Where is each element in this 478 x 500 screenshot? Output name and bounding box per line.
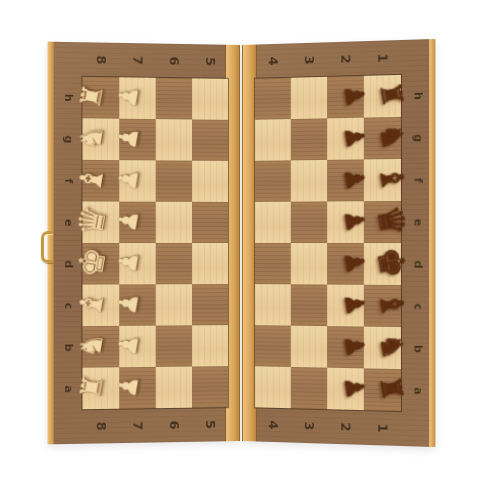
square-e4[interactable]	[255, 202, 291, 243]
black-bishop[interactable]: ♝	[374, 288, 409, 320]
coordinate-labels-left: 88776655hgfedcba	[48, 42, 240, 45]
brass-clasp-icon	[41, 231, 53, 263]
square-f6[interactable]	[156, 160, 192, 201]
white-rook[interactable]: ♜	[76, 372, 107, 401]
coordinate-labels-right: 44332211hgfedcba	[242, 39, 435, 45]
rank-label-top-5: 5	[203, 57, 218, 66]
square-d4[interactable]	[255, 243, 291, 284]
black-pawn[interactable]: ♟	[340, 332, 369, 359]
square-h4[interactable]	[255, 78, 291, 120]
black-pawn[interactable]: ♟	[340, 248, 369, 275]
square-d3[interactable]	[291, 243, 327, 285]
square-b3[interactable]	[291, 326, 327, 368]
white-knight[interactable]: ♞	[75, 329, 109, 360]
white-pawn[interactable]: ♟	[114, 331, 143, 357]
square-e5[interactable]	[192, 202, 228, 243]
board-outer-edge-right	[429, 39, 435, 447]
black-king[interactable]: ♚	[372, 244, 412, 281]
square-f4[interactable]	[255, 160, 291, 202]
square-f5[interactable]	[192, 161, 228, 202]
white-bishop[interactable]: ♝	[74, 287, 109, 319]
file-label-right-a: a	[411, 387, 425, 395]
rank-label-bottom-7: 7	[130, 421, 145, 430]
square-c3[interactable]	[291, 284, 327, 326]
file-label-right-h: h	[411, 91, 425, 99]
square-d6[interactable]	[156, 243, 192, 284]
chess-board: 88776655hgfedcba ♜♟♞♟♝♟♛♟♚♟♝♟♞♟♜♟ 443322…	[50, 45, 432, 441]
square-g4[interactable]	[255, 119, 291, 161]
rank-label-bottom-4: 4	[265, 420, 280, 430]
square-c6[interactable]	[156, 284, 192, 325]
rank-label-bottom-5: 5	[203, 420, 218, 429]
file-label-left-a: a	[61, 385, 74, 393]
square-a6[interactable]	[156, 367, 192, 409]
board-half-right: 44332211hgfedcba ♟♜♟♞♟♝♟♛♟♚♟♝♟♞♟♜	[242, 39, 435, 447]
white-king[interactable]: ♚	[72, 244, 112, 280]
square-h6[interactable]	[156, 78, 192, 120]
square-g6[interactable]	[156, 119, 192, 161]
white-bishop[interactable]: ♝	[74, 163, 109, 195]
white-pawn[interactable]: ♟	[114, 124, 143, 151]
square-e3[interactable]	[291, 201, 327, 243]
pieces-layer-left: ♜♟♞♟♝♟♛♟♚♟♝♟♞♟♜♟	[48, 42, 240, 45]
square-h3[interactable]	[291, 77, 327, 119]
file-label-right-c: c	[411, 303, 425, 310]
board-half-left: 88776655hgfedcba ♜♟♞♟♝♟♛♟♚♟♝♟♞♟♜♟	[48, 42, 240, 445]
square-b5[interactable]	[192, 325, 228, 366]
square-a5[interactable]	[192, 366, 228, 408]
white-pawn[interactable]: ♟	[114, 290, 143, 317]
black-pawn[interactable]: ♟	[340, 81, 369, 108]
black-pawn[interactable]: ♟	[340, 290, 369, 317]
file-label-right-f: f	[411, 177, 425, 182]
rank-label-top-7: 7	[130, 56, 145, 65]
black-pawn[interactable]: ♟	[340, 374, 369, 400]
black-pawn[interactable]: ♟	[340, 207, 369, 234]
square-c4[interactable]	[255, 284, 291, 326]
square-g3[interactable]	[291, 118, 327, 160]
white-knight[interactable]: ♞	[75, 121, 109, 152]
square-c5[interactable]	[192, 284, 228, 325]
black-pawn[interactable]: ♟	[340, 123, 369, 150]
square-b6[interactable]	[156, 325, 192, 367]
product-photo-chess-set: 88776655hgfedcba ♜♟♞♟♝♟♛♟♚♟♝♟♞♟♜♟ 443322…	[0, 0, 478, 500]
black-rook[interactable]: ♜	[376, 79, 408, 109]
black-bishop[interactable]: ♝	[374, 162, 409, 195]
white-rook[interactable]: ♜	[76, 81, 107, 110]
rank-label-top-1: 1	[375, 53, 390, 63]
square-f3[interactable]	[291, 160, 327, 202]
rank-label-top-6: 6	[166, 56, 181, 65]
square-a3[interactable]	[291, 367, 327, 409]
square-h5[interactable]	[192, 78, 228, 120]
pieces-layer-right: ♟♜♟♞♟♝♟♛♟♚♟♝♟♞♟♜	[242, 39, 435, 45]
rank-label-bottom-2: 2	[338, 422, 353, 432]
white-pawn[interactable]: ♟	[114, 248, 143, 275]
rank-label-top-8: 8	[93, 55, 108, 64]
white-queen[interactable]: ♛	[72, 202, 112, 238]
rank-label-bottom-1: 1	[375, 423, 390, 433]
black-rook[interactable]: ♜	[376, 373, 408, 402]
rank-label-top-2: 2	[338, 54, 353, 64]
black-queen[interactable]: ♛	[372, 201, 412, 238]
rank-label-bottom-3: 3	[301, 421, 316, 431]
rank-label-bottom-6: 6	[166, 420, 181, 429]
file-label-left-h: h	[61, 93, 74, 101]
black-knight[interactable]: ♞	[375, 120, 409, 152]
square-g5[interactable]	[192, 119, 228, 160]
white-pawn[interactable]: ♟	[114, 207, 143, 234]
rank-label-bottom-8: 8	[93, 422, 108, 431]
white-pawn[interactable]: ♟	[114, 373, 143, 399]
square-e6[interactable]	[156, 202, 192, 243]
square-a4[interactable]	[255, 366, 291, 408]
file-label-right-g: g	[411, 133, 425, 141]
rank-label-top-3: 3	[301, 55, 316, 65]
black-pawn[interactable]: ♟	[340, 165, 369, 192]
white-pawn[interactable]: ♟	[114, 165, 143, 192]
square-b4[interactable]	[255, 325, 291, 367]
file-label-right-b: b	[411, 344, 425, 352]
black-knight[interactable]: ♞	[375, 330, 409, 361]
rank-label-top-4: 4	[265, 56, 280, 66]
square-d5[interactable]	[192, 243, 228, 284]
white-pawn[interactable]: ♟	[114, 83, 143, 110]
